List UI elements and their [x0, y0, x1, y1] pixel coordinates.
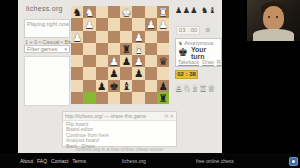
white-king-d1[interactable]: ♚: [120, 6, 132, 18]
game-action-links: TakebackDrawResign: [178, 59, 219, 65]
footer-link[interactable]: FAQ: [37, 158, 47, 164]
opponent-clock: 03 : 00: [176, 26, 200, 35]
square-g8[interactable]: [83, 92, 95, 104]
square-b8[interactable]: [145, 92, 157, 104]
square-h8[interactable]: [71, 92, 83, 104]
square-d4[interactable]: ♜: [120, 43, 132, 55]
square-g4[interactable]: [83, 43, 95, 55]
captured-white-pieces: ♙♘♗♖♕: [175, 83, 216, 93]
action-link[interactable]: Takeback: [178, 59, 199, 65]
square-h3[interactable]: ♟: [71, 31, 83, 43]
square-d6[interactable]: [120, 67, 132, 79]
square-c2[interactable]: [132, 18, 144, 30]
chess-board: ♞♞♚♜♟♟♟♟♟♜♝♟♟♟♛♟♟♟♚♝♟♜: [71, 6, 169, 104]
square-a7[interactable]: ♟: [157, 80, 169, 92]
footer-link[interactable]: About: [20, 158, 33, 164]
gear-icon[interactable]: ⚙: [205, 26, 210, 33]
white-pawn-b2[interactable]: ♟: [145, 18, 157, 30]
square-g1[interactable]: ♞: [83, 6, 95, 18]
lichess-logo: lichess.org: [26, 5, 63, 12]
footer-links: AboutFAQContactTerms: [20, 158, 90, 164]
square-a1[interactable]: ♜: [157, 6, 169, 18]
square-h4[interactable]: [71, 43, 83, 55]
square-c3[interactable]: ♟: [132, 31, 144, 43]
square-e7[interactable]: ♚: [108, 80, 120, 92]
video-corner-icon[interactable]: [289, 157, 298, 166]
captured-black-pieces: ♟♟♟ ♞♝: [175, 6, 216, 15]
square-h7[interactable]: [71, 80, 83, 92]
square-c5[interactable]: ♟: [132, 55, 144, 67]
black-rook-a8[interactable]: ♜: [157, 92, 169, 104]
square-b1[interactable]: [145, 6, 157, 18]
square-b6[interactable]: [145, 67, 157, 79]
webcam-person-eye: [268, 16, 270, 18]
black-bishop-d7[interactable]: ♝: [120, 80, 132, 92]
square-f8[interactable]: [96, 92, 108, 104]
square-a4[interactable]: [157, 43, 169, 55]
square-h6[interactable]: [71, 67, 83, 79]
square-e2[interactable]: [108, 18, 120, 30]
square-b4[interactable]: [145, 43, 157, 55]
square-e5[interactable]: ♟: [108, 55, 120, 67]
square-f7[interactable]: ♟: [96, 80, 108, 92]
square-f3[interactable]: [96, 31, 108, 43]
lobby-panel: [24, 56, 70, 106]
footer-tagline: free online chess: [196, 158, 234, 164]
square-b3[interactable]: [145, 31, 157, 43]
footer-link[interactable]: Contact: [51, 158, 68, 164]
square-b5[interactable]: [145, 55, 157, 67]
black-knight-h1[interactable]: ♞: [71, 6, 83, 18]
turn-box: ♞ Anonymous ♚ Your turn TakebackDrawResi…: [175, 38, 222, 67]
square-g3[interactable]: [83, 31, 95, 43]
white-pawn-e5[interactable]: ♟: [108, 55, 120, 67]
square-b7[interactable]: [145, 80, 157, 92]
square-g2[interactable]: ♟: [83, 18, 95, 30]
white-pawn-a2[interactable]: ♟: [157, 18, 169, 30]
webcam-person-shirt: [253, 29, 294, 41]
action-link[interactable]: Draw: [202, 59, 214, 65]
black-pawn-c6[interactable]: ♟: [132, 67, 144, 79]
square-d7[interactable]: ♝: [120, 80, 132, 92]
footer-site[interactable]: lichess.org: [122, 158, 146, 164]
footer-bar: AboutFAQContactTerms lichess.org free on…: [0, 153, 300, 168]
lichess-page: lichess.org Playing right now Lovrek vs …: [18, 0, 222, 153]
action-link[interactable]: Resign: [217, 59, 222, 65]
black-pawn-e6[interactable]: ♟: [108, 67, 120, 79]
square-e3[interactable]: [108, 31, 120, 43]
square-a8[interactable]: ♜: [157, 92, 169, 104]
square-d3[interactable]: [120, 31, 132, 43]
square-g6[interactable]: [83, 67, 95, 79]
filter-games-label: Filter games: [27, 46, 57, 52]
square-c7[interactable]: [132, 80, 144, 92]
game-url-field[interactable]: ⟳ ✕ http://lichess.org/ — share this gam…: [63, 112, 176, 121]
black-king-icon: ♚: [178, 47, 188, 59]
square-a3[interactable]: [157, 31, 169, 43]
footer-link[interactable]: Terms: [72, 158, 86, 164]
page-footnote: lichess.org is a free online chess serve…: [18, 146, 222, 152]
square-c8[interactable]: [132, 92, 144, 104]
white-rook-a1[interactable]: ♜: [157, 6, 169, 18]
webcam-person-face: [263, 6, 284, 30]
turn-label: Your turn: [191, 46, 219, 60]
square-e6[interactable]: ♟: [108, 67, 120, 79]
square-f6[interactable]: [96, 67, 108, 79]
square-f4[interactable]: [96, 43, 108, 55]
copy-close-icons[interactable]: ⟳ ✕: [164, 112, 174, 120]
black-rook-d4[interactable]: ♜: [120, 43, 132, 55]
chevron-down-icon: ▾: [64, 46, 67, 52]
black-pawn-d5[interactable]: ♟: [120, 55, 132, 67]
square-c6[interactable]: ♟: [132, 67, 144, 79]
square-f1[interactable]: [96, 6, 108, 18]
white-pawn-h3[interactable]: ♟: [71, 31, 83, 43]
webcam-video: [247, 0, 300, 41]
square-e1[interactable]: [108, 6, 120, 18]
video-frame: lichess.org Playing right now Lovrek vs …: [0, 0, 300, 168]
now-playing-game[interactable]: Lovrek vs Tatou: [27, 36, 69, 38]
player-clock-active: 02 : 38: [175, 70, 198, 79]
square-d5[interactable]: ♟: [120, 55, 132, 67]
white-pawn-g2[interactable]: ♟: [83, 18, 95, 30]
now-playing-list: Lovrek vs TatouSharpcrusher vs TheChessK…: [27, 27, 67, 38]
square-f5[interactable]: [96, 55, 108, 67]
square-c1[interactable]: [132, 6, 144, 18]
game-share-panel: ⟳ ✕ http://lichess.org/ — share this gam…: [62, 111, 177, 147]
square-g5[interactable]: [83, 55, 95, 67]
square-e4[interactable]: [108, 43, 120, 55]
square-h1[interactable]: ♞: [71, 6, 83, 18]
black-pawn-a7[interactable]: ♟: [157, 80, 169, 92]
square-h2[interactable]: [71, 18, 83, 30]
white-bishop-c4[interactable]: ♝: [132, 43, 144, 55]
black-queen-a5[interactable]: ♛: [157, 55, 169, 67]
white-knight-g1[interactable]: ♞: [83, 6, 95, 18]
filter-games-select[interactable]: Filter games ▾: [24, 45, 70, 53]
square-b2[interactable]: ♟: [145, 18, 157, 30]
now-playing-box: Playing right now Lovrek vs TatouSharpcr…: [24, 19, 70, 38]
webcam-person-eye: [276, 16, 278, 18]
black-king-e7[interactable]: ♚: [108, 80, 120, 92]
square-e8[interactable]: [108, 92, 120, 104]
white-pawn-c3[interactable]: ♟: [132, 31, 144, 43]
square-d2[interactable]: [120, 18, 132, 30]
square-g7[interactable]: [83, 80, 95, 92]
square-c4[interactable]: ♝: [132, 43, 144, 55]
square-h5[interactable]: [71, 55, 83, 67]
square-a6[interactable]: [157, 67, 169, 79]
square-d1[interactable]: ♚: [120, 6, 132, 18]
white-pawn-c5[interactable]: ♟: [132, 55, 144, 67]
black-pawn-f7[interactable]: ♟: [96, 80, 108, 92]
square-f2[interactable]: [96, 18, 108, 30]
square-a5[interactable]: ♛: [157, 55, 169, 67]
square-d8[interactable]: [120, 92, 132, 104]
square-a2[interactable]: ♟: [157, 18, 169, 30]
game-url-text: http://lichess.org/ — share this game: [65, 113, 146, 119]
